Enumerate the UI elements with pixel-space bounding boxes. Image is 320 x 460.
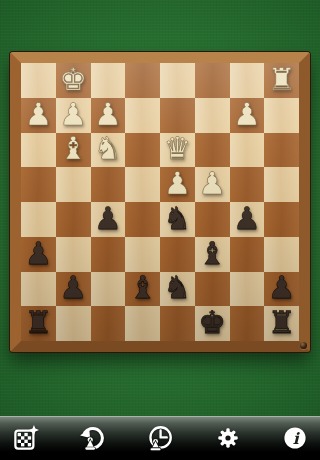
square-a1[interactable]: ♜	[264, 63, 299, 98]
square-f2[interactable]: ♟	[91, 98, 126, 133]
app-screen: ♚♜♟♟♟♟♝♞♛♟♟♟♞♟♟♝♟♝♞♟♜♚♜	[0, 0, 320, 460]
square-g8[interactable]	[56, 306, 91, 341]
square-h6[interactable]: ♟	[21, 237, 56, 272]
square-g5[interactable]	[56, 202, 91, 237]
square-d4[interactable]: ♟	[160, 167, 195, 202]
square-c5[interactable]	[195, 202, 230, 237]
white-pawn[interactable]: ♟	[198, 168, 226, 199]
black-pawn[interactable]: ♟	[233, 203, 261, 234]
square-c1[interactable]	[195, 63, 230, 98]
square-e3[interactable]	[125, 133, 160, 168]
square-a2[interactable]	[264, 98, 299, 133]
black-knight[interactable]: ♞	[163, 272, 191, 303]
square-g7[interactable]: ♟	[56, 272, 91, 307]
square-a4[interactable]	[264, 167, 299, 202]
black-pawn[interactable]: ♟	[59, 272, 87, 303]
chess-board-frame: ♚♜♟♟♟♟♝♞♛♟♟♟♞♟♟♝♟♝♞♟♜♚♜	[10, 52, 310, 352]
square-e4[interactable]	[125, 167, 160, 202]
square-b2[interactable]: ♟	[230, 98, 265, 133]
square-c3[interactable]	[195, 133, 230, 168]
square-b1[interactable]	[230, 63, 265, 98]
square-g2[interactable]: ♟	[56, 98, 91, 133]
square-a7[interactable]: ♟	[264, 272, 299, 307]
square-b7[interactable]	[230, 272, 265, 307]
black-knight[interactable]: ♞	[163, 203, 191, 234]
white-pawn[interactable]: ♟	[163, 168, 191, 199]
black-pawn[interactable]: ♟	[268, 272, 296, 303]
square-e6[interactable]	[125, 237, 160, 272]
square-e7[interactable]: ♝	[125, 272, 160, 307]
square-b4[interactable]	[230, 167, 265, 202]
undo-move-button[interactable]	[71, 416, 115, 460]
square-h5[interactable]	[21, 202, 56, 237]
square-h2[interactable]: ♟	[21, 98, 56, 133]
square-a3[interactable]	[264, 133, 299, 168]
square-c8[interactable]: ♚	[195, 306, 230, 341]
info-button[interactable]: i	[273, 416, 317, 460]
square-f1[interactable]	[91, 63, 126, 98]
square-b5[interactable]: ♟	[230, 202, 265, 237]
square-h3[interactable]	[21, 133, 56, 168]
square-f3[interactable]: ♞	[91, 133, 126, 168]
square-h8[interactable]: ♜	[21, 306, 56, 341]
square-g1[interactable]: ♚	[56, 63, 91, 98]
white-knight[interactable]: ♞	[94, 133, 122, 164]
clock-pawn-icon	[146, 424, 174, 452]
square-a5[interactable]	[264, 202, 299, 237]
corner-pin	[300, 342, 307, 349]
square-f8[interactable]	[91, 306, 126, 341]
square-g6[interactable]	[56, 237, 91, 272]
square-g3[interactable]: ♝	[56, 133, 91, 168]
black-bishop[interactable]: ♝	[129, 272, 157, 303]
square-e1[interactable]	[125, 63, 160, 98]
square-d6[interactable]	[160, 237, 195, 272]
white-rook[interactable]: ♜	[268, 64, 296, 95]
square-h7[interactable]	[21, 272, 56, 307]
square-d8[interactable]	[160, 306, 195, 341]
square-g4[interactable]	[56, 167, 91, 202]
square-d7[interactable]: ♞	[160, 272, 195, 307]
square-b3[interactable]	[230, 133, 265, 168]
square-f5[interactable]: ♟	[91, 202, 126, 237]
square-c2[interactable]	[195, 98, 230, 133]
square-f4[interactable]	[91, 167, 126, 202]
square-c4[interactable]: ♟	[195, 167, 230, 202]
square-d1[interactable]	[160, 63, 195, 98]
square-c6[interactable]: ♝	[195, 237, 230, 272]
white-queen[interactable]: ♛	[163, 133, 191, 164]
black-bishop[interactable]: ♝	[198, 238, 226, 269]
board-sparkle-icon	[12, 425, 39, 452]
square-e8[interactable]	[125, 306, 160, 341]
square-d3[interactable]: ♛	[160, 133, 195, 168]
black-pawn[interactable]: ♟	[94, 203, 122, 234]
square-h4[interactable]	[21, 167, 56, 202]
square-c7[interactable]	[195, 272, 230, 307]
black-rook[interactable]: ♜	[24, 307, 52, 338]
settings-button[interactable]	[206, 416, 250, 460]
white-pawn[interactable]: ♟	[94, 99, 122, 130]
gear-icon	[215, 425, 241, 451]
black-king[interactable]: ♚	[198, 307, 226, 338]
white-pawn[interactable]: ♟	[233, 99, 261, 130]
chess-board: ♚♜♟♟♟♟♝♞♛♟♟♟♞♟♟♝♟♝♞♟♜♚♜	[21, 63, 299, 341]
new-game-button[interactable]	[3, 416, 47, 460]
square-d5[interactable]: ♞	[160, 202, 195, 237]
bottom-toolbar: i	[0, 416, 320, 460]
square-e2[interactable]	[125, 98, 160, 133]
square-f7[interactable]	[91, 272, 126, 307]
white-pawn[interactable]: ♟	[59, 99, 87, 130]
black-rook[interactable]: ♜	[268, 307, 296, 338]
square-a6[interactable]	[264, 237, 299, 272]
white-pawn[interactable]: ♟	[24, 99, 52, 130]
square-e5[interactable]	[125, 202, 160, 237]
square-f6[interactable]	[91, 237, 126, 272]
square-b6[interactable]	[230, 237, 265, 272]
square-h1[interactable]	[21, 63, 56, 98]
square-a8[interactable]: ♜	[264, 306, 299, 341]
white-king[interactable]: ♚	[59, 64, 87, 95]
white-bishop[interactable]: ♝	[59, 133, 87, 164]
move-history-button[interactable]	[138, 416, 182, 460]
info-icon: i	[282, 425, 308, 451]
black-pawn[interactable]: ♟	[24, 238, 52, 269]
square-b8[interactable]	[230, 306, 265, 341]
square-d2[interactable]	[160, 98, 195, 133]
undo-pawn-icon	[79, 424, 107, 452]
